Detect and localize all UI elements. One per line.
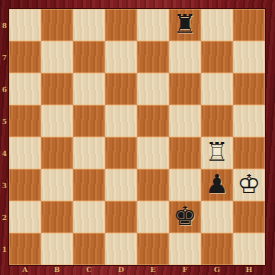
square-g6[interactable]	[201, 73, 233, 105]
square-c2[interactable]	[73, 201, 105, 233]
square-g1[interactable]	[201, 233, 233, 265]
square-f8[interactable]: ♜	[169, 9, 201, 41]
square-e7[interactable]	[137, 41, 169, 73]
file-label-g: G	[201, 264, 233, 275]
square-d1[interactable]	[105, 233, 137, 265]
square-d8[interactable]	[105, 9, 137, 41]
square-h8[interactable]	[233, 9, 265, 41]
square-b1[interactable]	[41, 233, 73, 265]
square-c8[interactable]	[73, 9, 105, 41]
square-f4[interactable]	[169, 137, 201, 169]
file-labels: ABCDEFGH	[9, 264, 265, 275]
white-king-icon[interactable]: ♚♔	[233, 169, 265, 201]
square-f2[interactable]: ♚	[169, 201, 201, 233]
square-d7[interactable]	[105, 41, 137, 73]
square-b8[interactable]	[41, 9, 73, 41]
square-a2[interactable]	[9, 201, 41, 233]
square-a4[interactable]	[9, 137, 41, 169]
piece-outline: ♖	[201, 137, 233, 169]
square-c1[interactable]	[73, 233, 105, 265]
rank-label-1: 1	[0, 233, 9, 265]
square-b6[interactable]	[41, 73, 73, 105]
square-e8[interactable]	[137, 9, 169, 41]
square-h3[interactable]: ♚♔	[233, 169, 265, 201]
square-b3[interactable]	[41, 169, 73, 201]
square-d6[interactable]	[105, 73, 137, 105]
square-f1[interactable]	[169, 233, 201, 265]
square-e6[interactable]	[137, 73, 169, 105]
rank-labels: 87654321	[0, 9, 9, 265]
file-label-e: E	[137, 264, 169, 275]
square-h1[interactable]	[233, 233, 265, 265]
chess-diagram: ♜♜♖♟♚♔♚ 87654321 ABCDEFGH	[0, 0, 275, 275]
square-e1[interactable]	[137, 233, 169, 265]
black-pawn-icon[interactable]: ♟	[201, 169, 233, 201]
square-c6[interactable]	[73, 73, 105, 105]
square-a7[interactable]	[9, 41, 41, 73]
file-label-d: D	[105, 264, 137, 275]
square-b2[interactable]	[41, 201, 73, 233]
square-a8[interactable]	[9, 9, 41, 41]
square-b4[interactable]	[41, 137, 73, 169]
file-label-a: A	[9, 264, 41, 275]
square-e5[interactable]	[137, 105, 169, 137]
square-f6[interactable]	[169, 73, 201, 105]
square-g8[interactable]	[201, 9, 233, 41]
square-e4[interactable]	[137, 137, 169, 169]
black-king-icon[interactable]: ♚	[169, 201, 201, 233]
square-e3[interactable]	[137, 169, 169, 201]
square-g3[interactable]: ♟	[201, 169, 233, 201]
square-a1[interactable]	[9, 233, 41, 265]
rank-label-2: 2	[0, 201, 9, 233]
square-f7[interactable]	[169, 41, 201, 73]
square-g4[interactable]: ♜♖	[201, 137, 233, 169]
file-label-b: B	[41, 264, 73, 275]
rank-label-4: 4	[0, 137, 9, 169]
rank-label-7: 7	[0, 41, 9, 73]
black-rook-icon[interactable]: ♜	[169, 9, 201, 41]
rank-label-6: 6	[0, 73, 9, 105]
board: ♜♜♖♟♚♔♚	[9, 9, 265, 265]
square-f5[interactable]	[169, 105, 201, 137]
file-label-h: H	[233, 264, 265, 275]
square-a5[interactable]	[9, 105, 41, 137]
file-label-c: C	[73, 264, 105, 275]
square-d4[interactable]	[105, 137, 137, 169]
square-h6[interactable]	[233, 73, 265, 105]
rank-label-5: 5	[0, 105, 9, 137]
piece-outline: ♔	[233, 169, 265, 201]
file-label-f: F	[169, 264, 201, 275]
square-g5[interactable]	[201, 105, 233, 137]
square-h7[interactable]	[233, 41, 265, 73]
square-c3[interactable]	[73, 169, 105, 201]
square-a6[interactable]	[9, 73, 41, 105]
square-b7[interactable]	[41, 41, 73, 73]
square-g2[interactable]	[201, 201, 233, 233]
square-d3[interactable]	[105, 169, 137, 201]
square-h2[interactable]	[233, 201, 265, 233]
square-g7[interactable]	[201, 41, 233, 73]
rank-label-8: 8	[0, 9, 9, 41]
white-rook-icon[interactable]: ♜♖	[201, 137, 233, 169]
square-b5[interactable]	[41, 105, 73, 137]
square-f3[interactable]	[169, 169, 201, 201]
square-h5[interactable]	[233, 105, 265, 137]
square-c7[interactable]	[73, 41, 105, 73]
rank-label-3: 3	[0, 169, 9, 201]
square-c4[interactable]	[73, 137, 105, 169]
square-d5[interactable]	[105, 105, 137, 137]
square-h4[interactable]	[233, 137, 265, 169]
square-a3[interactable]	[9, 169, 41, 201]
square-d2[interactable]	[105, 201, 137, 233]
square-c5[interactable]	[73, 105, 105, 137]
square-e2[interactable]	[137, 201, 169, 233]
